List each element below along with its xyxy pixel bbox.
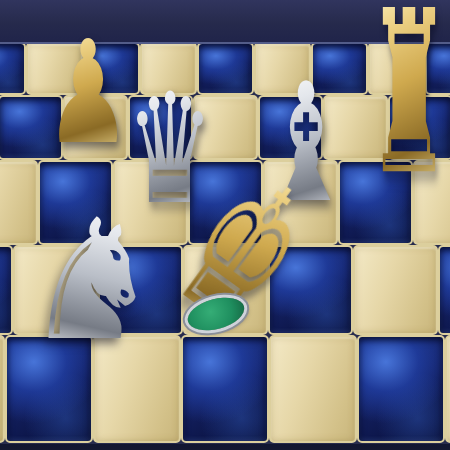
piece-layer: ♟♛♝♜♚♞ <box>0 0 450 450</box>
gold-pawn-warrior[interactable]: ♟ <box>45 22 132 165</box>
silver-knight-horseman[interactable]: ♞ <box>24 196 161 363</box>
chess-set-photo: ♟♛♝♜♚♞ <box>0 0 450 450</box>
gold-rook-column[interactable]: ♜ <box>367 0 450 206</box>
